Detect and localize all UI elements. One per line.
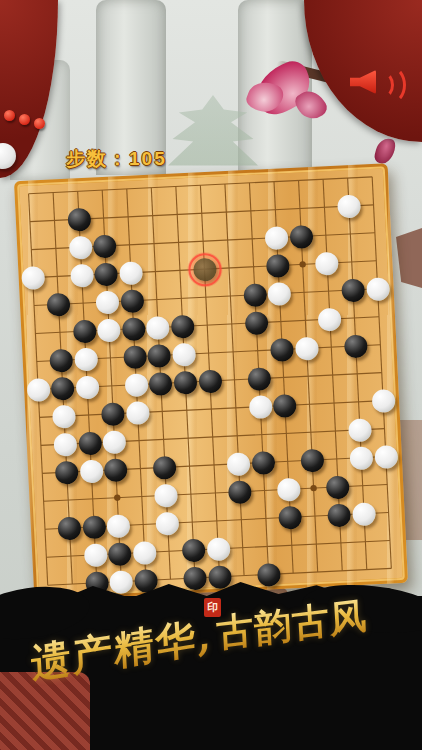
- black-stone: [198, 369, 222, 393]
- black-stone: [122, 317, 146, 341]
- black-stone: [300, 448, 324, 472]
- black-stone: [120, 289, 144, 313]
- white-stone: [83, 543, 107, 567]
- white-stone: [366, 277, 390, 301]
- board-grid[interactable]: [29, 177, 392, 585]
- menu-dot-icon: [19, 114, 30, 125]
- white-stone: [79, 459, 103, 483]
- black-stone: [289, 224, 313, 248]
- white-stone: [75, 375, 99, 399]
- black-stone: [171, 314, 195, 338]
- white-stone: [295, 336, 319, 360]
- white-stone: [348, 418, 372, 442]
- speaker-icon: [350, 62, 394, 102]
- white-stone: [124, 373, 148, 397]
- white-stone: [248, 395, 272, 419]
- black-stone: [344, 334, 368, 358]
- white-stone: [21, 266, 45, 290]
- white-stone: [74, 347, 98, 371]
- white-stone: [172, 342, 196, 366]
- black-stone: [182, 538, 206, 562]
- gomoku-board[interactable]: [14, 163, 408, 601]
- black-stone: [251, 451, 275, 475]
- black-stone: [207, 565, 231, 589]
- white-stone: [349, 446, 373, 470]
- star-point: [299, 261, 306, 268]
- white-stone: [70, 263, 94, 287]
- magnolia-bud: [373, 136, 397, 166]
- white-stone: [374, 444, 398, 468]
- white-stone: [352, 502, 376, 526]
- temple-ruin: [396, 228, 422, 288]
- black-stone: [134, 568, 158, 592]
- star-point: [114, 494, 121, 501]
- black-stone: [247, 367, 271, 391]
- menu-dot-icon: [4, 110, 15, 121]
- white-stone: [26, 377, 50, 401]
- black-stone: [341, 278, 365, 302]
- menu-dot-icon: [34, 118, 45, 129]
- black-stone: [244, 311, 268, 335]
- black-stone: [78, 431, 102, 455]
- black-stone: [72, 319, 96, 343]
- black-stone: [243, 283, 267, 307]
- last-move-stone-marked: [192, 257, 216, 281]
- black-stone: [257, 562, 281, 586]
- white-stone: [337, 194, 361, 218]
- star-point: [310, 485, 317, 492]
- white-stone: [371, 389, 395, 413]
- step-counter: 步数：105: [66, 146, 167, 172]
- white-stone: [68, 235, 92, 259]
- black-stone: [82, 515, 106, 539]
- black-stone: [67, 207, 91, 231]
- white-stone: [119, 261, 143, 285]
- black-stone: [183, 566, 207, 590]
- white-stone: [206, 537, 230, 561]
- white-stone: [126, 401, 150, 425]
- white-stone: [132, 540, 156, 564]
- black-stone: [123, 345, 147, 369]
- black-stone: [173, 370, 197, 394]
